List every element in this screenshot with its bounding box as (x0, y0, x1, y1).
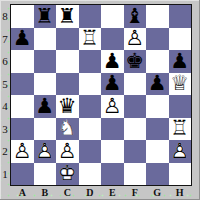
rank-label-5: 5 (0, 73, 10, 96)
white-pawn-fill-icon: ♟ (124, 28, 147, 51)
square-b6[interactable] (34, 50, 57, 73)
black-pawn-icon: ♟ (169, 50, 192, 73)
square-e5[interactable]: ♟ (101, 73, 124, 96)
square-e1[interactable] (101, 163, 124, 186)
square-a3[interactable] (11, 118, 34, 141)
square-d4[interactable] (79, 95, 102, 118)
piece-black-pawn[interactable]: ♟ (101, 73, 124, 96)
white-pawn-icon: ♙ (124, 28, 147, 51)
rank-label-1: 1 (0, 163, 10, 186)
square-g2[interactable] (146, 140, 169, 163)
square-h3[interactable]: ♜♖ (169, 118, 192, 141)
white-pawn-fill-icon: ♟ (11, 140, 34, 163)
black-bishop-icon: ♝ (124, 5, 147, 28)
rank-label-6: 6 (0, 50, 10, 73)
square-h1[interactable] (169, 163, 192, 186)
square-g6[interactable] (146, 50, 169, 73)
square-d6[interactable] (79, 50, 102, 73)
piece-black-pawn[interactable]: ♟ (11, 28, 34, 51)
square-d1[interactable] (79, 163, 102, 186)
white-queen-icon: ♕ (169, 73, 192, 96)
rank-label-3: 3 (0, 118, 10, 141)
file-label-f: F (124, 185, 147, 199)
white-pawn-icon: ♙ (101, 95, 124, 118)
piece-white-queen[interactable]: ♛♕ (169, 73, 192, 96)
square-b3[interactable] (34, 118, 57, 141)
piece-black-bishop[interactable]: ♝ (124, 5, 147, 28)
white-pawn-icon: ♙ (11, 140, 34, 163)
square-h4[interactable] (169, 95, 192, 118)
square-a8[interactable] (11, 5, 34, 28)
piece-black-pawn[interactable]: ♟ (34, 95, 57, 118)
square-a2[interactable]: ♟♙ (11, 140, 34, 163)
rank-label-8: 8 (0, 5, 10, 28)
white-rook-icon: ♖ (79, 28, 102, 51)
file-label-d: D (79, 185, 102, 199)
black-pawn-icon: ♟ (101, 73, 124, 96)
piece-white-pawn[interactable]: ♟♙ (169, 140, 192, 163)
white-rook-fill-icon: ♜ (79, 28, 102, 51)
square-a5[interactable] (11, 73, 34, 96)
piece-black-pawn[interactable]: ♟ (101, 50, 124, 73)
square-e2[interactable] (101, 140, 124, 163)
square-e7[interactable] (101, 28, 124, 51)
square-e6[interactable]: ♟ (101, 50, 124, 73)
square-e3[interactable] (101, 118, 124, 141)
square-b1[interactable] (34, 163, 57, 186)
file-label-b: B (34, 185, 57, 199)
piece-black-king[interactable]: ♚ (124, 50, 147, 73)
white-king-icon: ♔ (56, 163, 79, 186)
piece-white-king[interactable]: ♚♔ (56, 163, 79, 186)
white-pawn-icon: ♙ (56, 140, 79, 163)
square-g5[interactable]: ♟ (146, 73, 169, 96)
square-d2[interactable] (79, 140, 102, 163)
black-queen-icon: ♛ (56, 95, 79, 118)
chessboard: ♜♜♝♟♜♖♟♙♟♚♟♟♟♛♕♟♛♟♙♞♘♜♖♟♙♟♙♟♙♟♙♚♔ (10, 4, 192, 186)
black-pawn-icon: ♟ (11, 28, 34, 51)
square-c3[interactable]: ♞♘ (56, 118, 79, 141)
white-king-fill-icon: ♚ (56, 163, 79, 186)
square-b8[interactable]: ♜ (34, 5, 57, 28)
square-f3[interactable] (124, 118, 147, 141)
square-d7[interactable]: ♜♖ (79, 28, 102, 51)
square-a1[interactable] (11, 163, 34, 186)
white-pawn-fill-icon: ♟ (56, 140, 79, 163)
piece-white-pawn[interactable]: ♟♙ (101, 95, 124, 118)
piece-black-pawn[interactable]: ♟ (169, 50, 192, 73)
square-a7[interactable]: ♟ (11, 28, 34, 51)
white-rook-icon: ♖ (169, 118, 192, 141)
piece-white-knight[interactable]: ♞♘ (56, 118, 79, 141)
piece-white-pawn[interactable]: ♟♙ (34, 140, 57, 163)
file-label-c: C (56, 185, 79, 199)
piece-white-pawn[interactable]: ♟♙ (124, 28, 147, 51)
piece-black-queen[interactable]: ♛ (56, 95, 79, 118)
white-pawn-icon: ♙ (169, 140, 192, 163)
file-label-g: G (146, 185, 169, 199)
piece-black-rook[interactable]: ♜ (34, 5, 57, 28)
square-f2[interactable] (124, 140, 147, 163)
square-g4[interactable] (146, 95, 169, 118)
square-e4[interactable]: ♟♙ (101, 95, 124, 118)
square-f5[interactable] (124, 73, 147, 96)
square-f8[interactable]: ♝ (124, 5, 147, 28)
square-c7[interactable] (56, 28, 79, 51)
square-g7[interactable] (146, 28, 169, 51)
square-g1[interactable] (146, 163, 169, 186)
square-b2[interactable]: ♟♙ (34, 140, 57, 163)
white-knight-icon: ♘ (56, 118, 79, 141)
piece-white-rook[interactable]: ♜♖ (169, 118, 192, 141)
black-rook-icon: ♜ (34, 5, 57, 28)
square-g3[interactable] (146, 118, 169, 141)
rank-label-7: 7 (0, 28, 10, 51)
square-d8[interactable] (79, 5, 102, 28)
file-label-h: H (169, 185, 192, 199)
white-rook-fill-icon: ♜ (169, 118, 192, 141)
square-h2[interactable]: ♟♙ (169, 140, 192, 163)
square-c2[interactable]: ♟♙ (56, 140, 79, 163)
black-pawn-icon: ♟ (34, 95, 57, 118)
black-king-icon: ♚ (124, 50, 147, 73)
piece-black-pawn[interactable]: ♟ (146, 73, 169, 96)
white-pawn-fill-icon: ♟ (34, 140, 57, 163)
square-d5[interactable] (79, 73, 102, 96)
piece-white-rook[interactable]: ♜♖ (79, 28, 102, 51)
square-d3[interactable] (79, 118, 102, 141)
square-h5[interactable]: ♛♕ (169, 73, 192, 96)
black-pawn-icon: ♟ (146, 73, 169, 96)
white-pawn-icon: ♙ (34, 140, 57, 163)
piece-white-pawn[interactable]: ♟♙ (56, 140, 79, 163)
square-g8[interactable] (146, 5, 169, 28)
square-c6[interactable] (56, 50, 79, 73)
white-knight-fill-icon: ♞ (56, 118, 79, 141)
square-e8[interactable] (101, 5, 124, 28)
square-h6[interactable]: ♟ (169, 50, 192, 73)
square-h8[interactable] (169, 5, 192, 28)
black-rook-icon: ♜ (56, 5, 79, 28)
square-f6[interactable]: ♚ (124, 50, 147, 73)
piece-white-pawn[interactable]: ♟♙ (11, 140, 34, 163)
square-a4[interactable] (11, 95, 34, 118)
square-f7[interactable]: ♟♙ (124, 28, 147, 51)
square-b4[interactable]: ♟ (34, 95, 57, 118)
square-a6[interactable] (11, 50, 34, 73)
square-b5[interactable] (34, 73, 57, 96)
square-c8[interactable]: ♜ (56, 5, 79, 28)
rank-label-2: 2 (0, 140, 10, 163)
square-c1[interactable]: ♚♔ (56, 163, 79, 186)
square-f1[interactable] (124, 163, 147, 186)
square-c4[interactable]: ♛ (56, 95, 79, 118)
square-c5[interactable] (56, 73, 79, 96)
white-queen-fill-icon: ♛ (169, 73, 192, 96)
square-f4[interactable] (124, 95, 147, 118)
file-label-a: A (11, 185, 34, 199)
black-pawn-icon: ♟ (101, 50, 124, 73)
piece-black-rook[interactable]: ♜ (56, 5, 79, 28)
square-b7[interactable] (34, 28, 57, 51)
file-label-e: E (101, 185, 124, 199)
square-h7[interactable] (169, 28, 192, 51)
white-pawn-fill-icon: ♟ (169, 140, 192, 163)
rank-label-4: 4 (0, 95, 10, 118)
white-pawn-fill-icon: ♟ (101, 95, 124, 118)
chessboard-frame: ♜♜♝♟♜♖♟♙♟♚♟♟♟♛♕♟♛♟♙♞♘♜♖♟♙♟♙♟♙♟♙♚♔ 876543… (0, 0, 200, 200)
